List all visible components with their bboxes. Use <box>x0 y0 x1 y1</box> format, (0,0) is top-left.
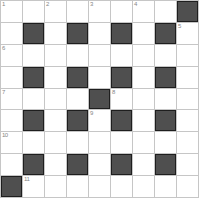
grid-cell-r9c2[interactable]: 11 <box>23 176 44 197</box>
grid-cell-r2c7[interactable] <box>133 23 154 44</box>
grid-cell-r2c3[interactable] <box>45 23 66 44</box>
grid-cell-r5c7[interactable] <box>133 89 154 110</box>
block-cell-r5c5 <box>89 89 110 110</box>
grid-cell-r2c1[interactable] <box>1 23 22 44</box>
block-cell-r6c8 <box>155 110 176 131</box>
grid-cell-r1c6[interactable] <box>111 1 132 22</box>
clue-number-6: 6 <box>2 45 5 52</box>
grid-cell-r3c9[interactable] <box>177 45 198 66</box>
grid-cell-r7c2[interactable] <box>23 132 44 153</box>
grid-cell-r1c4[interactable] <box>67 1 88 22</box>
block-cell-r1c9 <box>177 1 198 22</box>
grid-cell-r8c7[interactable] <box>133 154 154 175</box>
grid-cell-r8c5[interactable] <box>89 154 110 175</box>
grid-cell-r6c5[interactable]: 9 <box>89 110 110 131</box>
clue-number-4: 4 <box>134 1 137 8</box>
grid-cell-r3c3[interactable] <box>45 45 66 66</box>
clue-number-11: 11 <box>24 176 29 183</box>
block-cell-r6c6 <box>111 110 132 131</box>
grid-cell-r3c8[interactable] <box>155 45 176 66</box>
grid-cell-r4c5[interactable] <box>89 67 110 88</box>
grid-cell-r6c9[interactable] <box>177 110 198 131</box>
block-cell-r8c4 <box>67 154 88 175</box>
grid-cell-r5c1[interactable]: 7 <box>1 89 22 110</box>
grid-cell-r3c7[interactable] <box>133 45 154 66</box>
grid-cell-r4c1[interactable] <box>1 67 22 88</box>
block-cell-r4c2 <box>23 67 44 88</box>
grid-cell-r8c9[interactable] <box>177 154 198 175</box>
crossword-puzzle: 1234567891011 <box>0 0 200 199</box>
block-cell-r4c8 <box>155 67 176 88</box>
grid-cell-r5c9[interactable] <box>177 89 198 110</box>
block-cell-r8c2 <box>23 154 44 175</box>
clue-number-1: 1 <box>2 1 5 8</box>
grid-cell-r3c5[interactable] <box>89 45 110 66</box>
grid-cell-r7c8[interactable] <box>155 132 176 153</box>
block-cell-r6c4 <box>67 110 88 131</box>
grid-cell-r5c8[interactable] <box>155 89 176 110</box>
grid-cell-r5c6[interactable]: 8 <box>111 89 132 110</box>
grid-cell-r3c6[interactable] <box>111 45 132 66</box>
grid-cell-r9c6[interactable] <box>111 176 132 197</box>
grid-cell-r7c9[interactable] <box>177 132 198 153</box>
grid-cell-r5c3[interactable] <box>45 89 66 110</box>
grid-cell-r9c8[interactable] <box>155 176 176 197</box>
grid-cell-r9c3[interactable] <box>45 176 66 197</box>
block-cell-r9c1 <box>1 176 22 197</box>
grid-cell-r9c9[interactable] <box>177 176 198 197</box>
clue-number-10: 10 <box>2 132 8 139</box>
block-cell-r2c6 <box>111 23 132 44</box>
block-cell-r4c6 <box>111 67 132 88</box>
grid-cell-r6c1[interactable] <box>1 110 22 131</box>
grid-cell-r7c6[interactable] <box>111 132 132 153</box>
grid-cell-r1c2[interactable] <box>23 1 44 22</box>
block-cell-r6c2 <box>23 110 44 131</box>
grid-cell-r4c7[interactable] <box>133 67 154 88</box>
block-cell-r2c2 <box>23 23 44 44</box>
grid-cell-r2c9[interactable]: 5 <box>177 23 198 44</box>
grid-cell-r3c1[interactable]: 6 <box>1 45 22 66</box>
grid-cell-r2c5[interactable] <box>89 23 110 44</box>
clue-number-2: 2 <box>46 1 49 8</box>
grid-cell-r8c3[interactable] <box>45 154 66 175</box>
grid-cell-r7c3[interactable] <box>45 132 66 153</box>
grid-cell-r1c3[interactable]: 2 <box>45 1 66 22</box>
grid-cell-r1c7[interactable]: 4 <box>133 1 154 22</box>
grid-cell-r6c7[interactable] <box>133 110 154 131</box>
crossword-board: 1234567891011 <box>0 0 199 198</box>
grid-cell-r9c7[interactable] <box>133 176 154 197</box>
block-cell-r2c4 <box>67 23 88 44</box>
clue-number-7: 7 <box>2 89 5 96</box>
grid-cell-r7c5[interactable] <box>89 132 110 153</box>
clue-number-9: 9 <box>90 110 93 117</box>
grid-cell-r4c9[interactable] <box>177 67 198 88</box>
block-cell-r2c8 <box>155 23 176 44</box>
grid-cell-r4c3[interactable] <box>45 67 66 88</box>
grid-cell-r9c5[interactable] <box>89 176 110 197</box>
grid-cell-r8c1[interactable] <box>1 154 22 175</box>
grid-cell-r1c8[interactable] <box>155 1 176 22</box>
grid-cell-r5c2[interactable] <box>23 89 44 110</box>
clue-number-8: 8 <box>112 89 115 96</box>
grid-cell-r7c1[interactable]: 10 <box>1 132 22 153</box>
grid-cell-r7c7[interactable] <box>133 132 154 153</box>
grid-cell-r3c2[interactable] <box>23 45 44 66</box>
clue-number-3: 3 <box>90 1 93 8</box>
grid-cell-r5c4[interactable] <box>67 89 88 110</box>
grid-cell-r1c1[interactable]: 1 <box>1 1 22 22</box>
block-cell-r8c8 <box>155 154 176 175</box>
grid-cell-r9c4[interactable] <box>67 176 88 197</box>
grid-cell-r1c5[interactable]: 3 <box>89 1 110 22</box>
grid-cell-r6c3[interactable] <box>45 110 66 131</box>
grid-cell-r3c4[interactable] <box>67 45 88 66</box>
grid-cell-r7c4[interactable] <box>67 132 88 153</box>
block-cell-r4c4 <box>67 67 88 88</box>
clue-number-5: 5 <box>178 23 181 30</box>
block-cell-r8c6 <box>111 154 132 175</box>
